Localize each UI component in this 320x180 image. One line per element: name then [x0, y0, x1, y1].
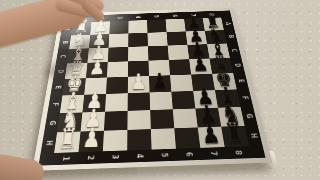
square-d5	[148, 60, 170, 76]
square-g4	[127, 110, 150, 130]
square-a4	[128, 20, 147, 33]
square-b7: ♟	[186, 31, 207, 45]
square-e5: ♟	[149, 75, 171, 92]
square-b6	[167, 31, 188, 45]
square-e6	[170, 75, 193, 92]
square-f1: ♝	[60, 95, 84, 114]
square-b5	[147, 32, 167, 46]
square-e1: ♚	[62, 78, 85, 95]
square-f6	[171, 91, 195, 109]
square-d7: ♟	[189, 59, 212, 75]
square-c8: ♝	[207, 44, 230, 59]
square-f4	[128, 92, 151, 110]
square-g6	[173, 109, 198, 129]
square-b4	[128, 33, 148, 47]
square-f8: ♝	[215, 89, 241, 107]
square-c4	[128, 46, 148, 61]
square-a6	[166, 19, 186, 32]
square-a8: ♜	[203, 17, 224, 30]
square-f7: ♟	[193, 90, 218, 108]
square-a2: ♟	[90, 21, 110, 34]
square-d2: ♟	[86, 62, 108, 78]
square-b3	[109, 33, 129, 47]
square-g7: ♟	[195, 108, 221, 128]
player-hand	[56, 0, 116, 22]
square-c5	[148, 46, 169, 61]
chess-board: 12345678 12345678 ABCDEFGH ABCDEFGH ♜♟♟♜…	[32, 8, 272, 171]
square-a5	[147, 19, 167, 32]
square-a7: ♟	[184, 18, 205, 31]
square-d8: ♛	[210, 58, 234, 74]
square-h3	[103, 130, 128, 151]
square-c3	[108, 47, 129, 62]
board-grid: ♜♟♟♜♞♟♟♞♝♟♟♝♛♟♟♛♚♟♟♚♝♟♟♝♞♟♟♞♜♟♟♜	[54, 17, 249, 152]
square-d3	[107, 61, 128, 77]
square-h7: ♟	[198, 127, 225, 148]
vinyl-mat: 12345678 12345678 ABCDEFGH ABCDEFGH ♜♟♟♜…	[32, 8, 272, 171]
square-e8: ♚	[212, 73, 237, 90]
square-h6	[174, 127, 200, 148]
square-e4: ♟	[128, 76, 150, 93]
square-f5	[150, 92, 173, 110]
photo-scene: 12345678 12345678 ABCDEFGH ABCDEFGH ♜♟♟♜…	[0, 0, 320, 180]
square-g8: ♞	[218, 107, 245, 127]
square-g1: ♞	[57, 112, 82, 132]
square-g2: ♟	[81, 112, 105, 132]
square-g3	[104, 111, 128, 131]
square-d6	[169, 59, 191, 75]
square-h5	[151, 128, 176, 149]
square-g5	[150, 109, 174, 129]
square-f2: ♟	[82, 94, 106, 112]
square-c7: ♟	[187, 44, 209, 59]
square-h4	[127, 129, 151, 150]
square-d4	[128, 61, 149, 77]
square-e3	[106, 77, 128, 94]
square-e7	[191, 74, 215, 91]
square-e2	[84, 77, 107, 94]
square-f3	[105, 93, 128, 111]
square-h1: ♜	[54, 132, 80, 153]
square-a3	[109, 21, 128, 34]
square-h8: ♜	[221, 126, 249, 147]
square-b8: ♞	[205, 30, 227, 44]
square-c6	[168, 45, 190, 60]
square-h2: ♟	[78, 131, 104, 152]
